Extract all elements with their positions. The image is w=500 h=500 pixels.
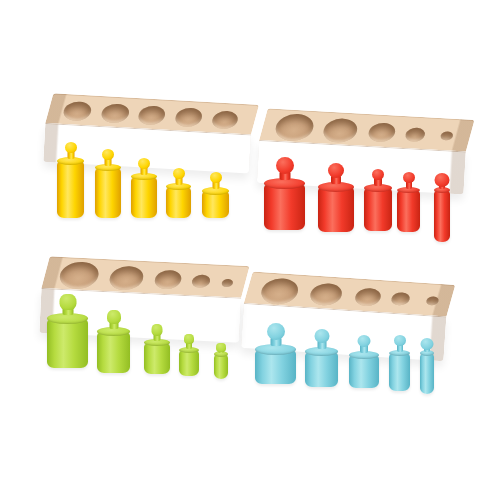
cylinder-knob-ball	[314, 329, 329, 343]
green-block-hole-3	[153, 270, 184, 290]
red-block-hole-1	[272, 113, 316, 142]
cylinder-knob-ball	[358, 335, 371, 347]
cylinder-body	[255, 350, 296, 384]
yellow-cylinder-3	[131, 177, 157, 218]
blue-cylinder-1	[255, 350, 296, 384]
yellow-block-hole-1	[61, 101, 93, 121]
red-block-hole-5	[440, 131, 454, 141]
green-block-hole-5	[220, 279, 233, 287]
yellow-block-hole-2	[99, 103, 131, 123]
cylinder-body	[57, 161, 84, 218]
red-cylinder-2	[318, 187, 354, 232]
green-cylinder-1	[47, 319, 88, 368]
blue-block-hole-5	[425, 296, 439, 306]
cylinder-knob-ball	[102, 149, 114, 160]
yellow-block-hole-4	[173, 107, 204, 127]
cylinder-knob-ball	[372, 169, 384, 180]
blue-block-hole-1	[258, 277, 301, 305]
red-cylinder-4	[397, 190, 420, 232]
green-cylinder-5	[214, 354, 228, 379]
cylinder-body	[202, 191, 229, 218]
cylinder-knob-cap	[216, 343, 226, 352]
red-block-hole-4	[403, 127, 426, 142]
cylinder-body	[264, 184, 305, 230]
yellow-block-hole-3	[136, 105, 167, 125]
blue-cylinder-5	[420, 353, 434, 394]
cylinder-knob-cap	[184, 334, 194, 344]
yellow-cylinder-4	[166, 187, 191, 218]
cylinder-body	[166, 187, 191, 218]
yellow-block-hole-5	[210, 110, 240, 129]
product-photo-montessori-cylinder-blocks	[0, 0, 500, 500]
red-block-hole-2	[320, 118, 359, 144]
cylinder-body	[434, 190, 450, 242]
yellow-cylinder-2	[95, 168, 121, 218]
cylinder-body	[364, 188, 392, 231]
cylinder-knob-ball	[328, 163, 344, 178]
cylinder-body	[397, 190, 420, 232]
cylinder-body	[144, 343, 170, 374]
cylinder-body	[305, 352, 338, 387]
red-block-hole-3	[366, 122, 397, 142]
blue-block-hole-3	[353, 287, 383, 306]
cylinder-body	[214, 354, 228, 379]
red-cylinder-5	[434, 190, 450, 242]
red-cylinder-1	[264, 184, 305, 230]
cylinder-knob-ball	[394, 335, 406, 346]
green-block-hole-1	[57, 261, 102, 290]
cylinder-body	[179, 350, 199, 376]
cylinder-body	[97, 332, 130, 373]
cylinder-knob-ball	[65, 142, 77, 153]
cylinder-knob-cap	[59, 294, 76, 310]
cylinder-knob-ball	[276, 157, 294, 174]
cylinder-knob-ball	[267, 323, 285, 340]
blue-cylinder-3	[349, 355, 379, 388]
cylinder-body	[95, 168, 121, 218]
cylinder-body	[47, 319, 88, 368]
yellow-cylinder-5	[202, 191, 229, 218]
red-cylinder-3	[364, 188, 392, 231]
cylinder-knob-ball	[421, 338, 434, 350]
blue-cylinder-4	[389, 353, 410, 391]
cylinder-knob-cap	[152, 324, 163, 336]
green-cylinder-3	[144, 343, 170, 374]
cylinder-knob-ball	[210, 172, 222, 183]
cylinder-body	[131, 177, 157, 218]
green-cylinder-4	[179, 350, 199, 376]
cylinder-knob-cap	[107, 310, 121, 324]
blue-block-hole-4	[390, 292, 412, 306]
yellow-cylinder-1	[57, 161, 84, 218]
green-cylinder-2	[97, 332, 130, 373]
cylinder-body	[318, 187, 354, 232]
cylinder-body	[420, 353, 434, 394]
cylinder-knob-ball	[138, 158, 150, 169]
green-block-hole-4	[190, 274, 211, 288]
cylinder-body	[389, 353, 410, 391]
cylinder-body	[349, 355, 379, 388]
blue-block-hole-2	[307, 282, 344, 306]
cylinder-knob-ball	[403, 172, 415, 183]
cylinder-knob-ball	[173, 168, 185, 179]
cylinder-knob-ball	[435, 173, 450, 187]
green-block-hole-2	[106, 265, 145, 290]
blue-cylinder-2	[305, 352, 338, 387]
